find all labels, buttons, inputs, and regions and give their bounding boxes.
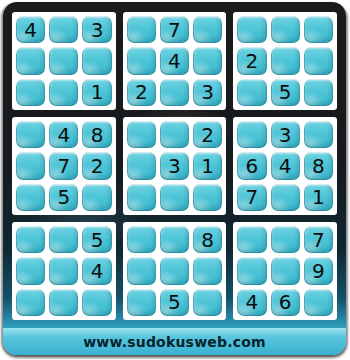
cell-r2c4[interactable] bbox=[127, 47, 156, 74]
cell-r1c2[interactable] bbox=[49, 16, 78, 43]
cell-r8c8[interactable] bbox=[271, 257, 300, 284]
cell-r1c9[interactable] bbox=[304, 16, 333, 43]
cell-r2c2[interactable] bbox=[49, 47, 78, 74]
box-r2c1: 48725 bbox=[12, 117, 116, 215]
cell-r5c7: 6 bbox=[237, 152, 266, 179]
cell-r7c7[interactable] bbox=[237, 226, 266, 253]
cell-r5c6: 1 bbox=[193, 152, 222, 179]
cell-r9c7: 4 bbox=[237, 289, 266, 316]
cell-r6c7: 7 bbox=[237, 184, 266, 211]
cell-r1c7[interactable] bbox=[237, 16, 266, 43]
cell-r7c8[interactable] bbox=[271, 226, 300, 253]
cell-r9c6[interactable] bbox=[193, 289, 222, 316]
cell-r6c1[interactable] bbox=[16, 184, 45, 211]
cell-r3c1[interactable] bbox=[16, 79, 45, 106]
cell-r4c6: 2 bbox=[193, 121, 222, 148]
cell-r3c9[interactable] bbox=[304, 79, 333, 106]
cell-r3c7[interactable] bbox=[237, 79, 266, 106]
cell-r5c9: 8 bbox=[304, 152, 333, 179]
cell-r8c9: 9 bbox=[304, 257, 333, 284]
cell-r3c2[interactable] bbox=[49, 79, 78, 106]
sudoku-board: 4317423254872523136487154857946 bbox=[12, 12, 337, 320]
cell-r7c9: 7 bbox=[304, 226, 333, 253]
box-r3c3: 7946 bbox=[233, 222, 337, 320]
cell-r5c3: 2 bbox=[82, 152, 111, 179]
cell-r7c5[interactable] bbox=[160, 226, 189, 253]
cell-r1c1: 4 bbox=[16, 16, 45, 43]
cell-r7c6: 8 bbox=[193, 226, 222, 253]
cell-r7c1[interactable] bbox=[16, 226, 45, 253]
site-url: www.sudokusweb.com bbox=[83, 334, 266, 350]
cell-r7c3: 5 bbox=[82, 226, 111, 253]
cell-r2c6[interactable] bbox=[193, 47, 222, 74]
cell-r6c8[interactable] bbox=[271, 184, 300, 211]
cell-r7c4[interactable] bbox=[127, 226, 156, 253]
cell-r5c5: 3 bbox=[160, 152, 189, 179]
box-r3c2: 85 bbox=[123, 222, 227, 320]
box-r1c1: 431 bbox=[12, 12, 116, 110]
cell-r8c3: 4 bbox=[82, 257, 111, 284]
cell-r2c8[interactable] bbox=[271, 47, 300, 74]
cell-r6c3[interactable] bbox=[82, 184, 111, 211]
box-r1c2: 7423 bbox=[123, 12, 227, 110]
cell-r6c9: 1 bbox=[304, 184, 333, 211]
cell-r3c4: 2 bbox=[127, 79, 156, 106]
cell-r9c5: 5 bbox=[160, 289, 189, 316]
cell-r1c8[interactable] bbox=[271, 16, 300, 43]
cell-r6c2: 5 bbox=[49, 184, 78, 211]
cell-r5c1[interactable] bbox=[16, 152, 45, 179]
cell-r2c5: 4 bbox=[160, 47, 189, 74]
cell-r3c3: 1 bbox=[82, 79, 111, 106]
cell-r9c8: 6 bbox=[271, 289, 300, 316]
cell-r1c3: 3 bbox=[82, 16, 111, 43]
cell-r8c1[interactable] bbox=[16, 257, 45, 284]
cell-r9c1[interactable] bbox=[16, 289, 45, 316]
cell-r3c5[interactable] bbox=[160, 79, 189, 106]
cell-r6c6[interactable] bbox=[193, 184, 222, 211]
cell-r3c6: 3 bbox=[193, 79, 222, 106]
board-frame: 4317423254872523136487154857946 www.sudo… bbox=[3, 2, 346, 355]
cell-r9c3[interactable] bbox=[82, 289, 111, 316]
cell-r2c7: 2 bbox=[237, 47, 266, 74]
cell-r5c4[interactable] bbox=[127, 152, 156, 179]
cell-r4c9[interactable] bbox=[304, 121, 333, 148]
cell-r8c6[interactable] bbox=[193, 257, 222, 284]
cell-r4c7[interactable] bbox=[237, 121, 266, 148]
cell-r5c2: 7 bbox=[49, 152, 78, 179]
cell-r8c7[interactable] bbox=[237, 257, 266, 284]
cell-r4c5[interactable] bbox=[160, 121, 189, 148]
cell-r4c4[interactable] bbox=[127, 121, 156, 148]
cell-r3c8: 5 bbox=[271, 79, 300, 106]
cell-r5c8: 4 bbox=[271, 152, 300, 179]
box-r2c3: 364871 bbox=[233, 117, 337, 215]
footer-band: www.sudokusweb.com bbox=[3, 328, 346, 355]
cell-r1c5: 7 bbox=[160, 16, 189, 43]
box-r2c2: 231 bbox=[123, 117, 227, 215]
cell-r4c1[interactable] bbox=[16, 121, 45, 148]
cell-r1c4[interactable] bbox=[127, 16, 156, 43]
cell-r8c4[interactable] bbox=[127, 257, 156, 284]
cell-r4c3: 8 bbox=[82, 121, 111, 148]
cell-r9c2[interactable] bbox=[49, 289, 78, 316]
cell-r2c1[interactable] bbox=[16, 47, 45, 74]
box-r1c3: 25 bbox=[233, 12, 337, 110]
cell-r1c6[interactable] bbox=[193, 16, 222, 43]
box-r3c1: 54 bbox=[12, 222, 116, 320]
cell-r2c3[interactable] bbox=[82, 47, 111, 74]
sudoku-widget: 4317423254872523136487154857946 www.sudo… bbox=[0, 0, 350, 360]
cell-r7c2[interactable] bbox=[49, 226, 78, 253]
cell-r9c4[interactable] bbox=[127, 289, 156, 316]
cell-r6c4[interactable] bbox=[127, 184, 156, 211]
cell-r8c5[interactable] bbox=[160, 257, 189, 284]
cell-r2c9[interactable] bbox=[304, 47, 333, 74]
cell-r9c9[interactable] bbox=[304, 289, 333, 316]
cell-r6c5[interactable] bbox=[160, 184, 189, 211]
cell-r4c8: 3 bbox=[271, 121, 300, 148]
cell-r4c2: 4 bbox=[49, 121, 78, 148]
cell-r8c2[interactable] bbox=[49, 257, 78, 284]
